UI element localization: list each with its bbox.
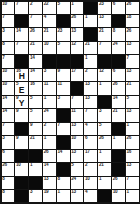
puzzle-cell-r14c1[interactable]: 8 bbox=[2, 177, 15, 189]
puzzle-cell-r2c8[interactable]: 13 bbox=[98, 15, 111, 27]
puzzle-cell-r9c2[interactable]: 9 bbox=[15, 109, 28, 121]
puzzle-cell-r5c10[interactable]: 7 bbox=[126, 55, 139, 67]
cell-number: 24 bbox=[44, 109, 49, 114]
black-cell bbox=[15, 190, 28, 202]
cell-number: 6 bbox=[2, 150, 4, 155]
codeword-grid: 1072225123626774261131831426212313218268… bbox=[0, 0, 140, 204]
puzzle-cell-r13c10[interactable]: 13 bbox=[126, 163, 139, 175]
puzzle-cell-r14c4[interactable]: 13 bbox=[43, 177, 56, 189]
black-cell bbox=[15, 150, 28, 162]
puzzle-cell-r9c7[interactable]: 7 bbox=[84, 109, 97, 121]
cell-number: 8 bbox=[2, 190, 4, 195]
cell-number: 13 bbox=[71, 29, 76, 34]
cell-number: 26 bbox=[44, 150, 49, 155]
puzzle-cell-r1c1[interactable]: 10 bbox=[2, 2, 15, 14]
black-cell bbox=[57, 163, 70, 175]
black-cell bbox=[98, 190, 111, 202]
puzzle-cell-r8c5[interactable]: 3 bbox=[57, 96, 70, 108]
cell-number: 22 bbox=[44, 2, 49, 7]
puzzle-cell-r2c1[interactable]: 7 bbox=[2, 15, 15, 27]
cell-number: 24 bbox=[113, 42, 118, 47]
black-cell bbox=[57, 136, 70, 148]
cell-number: 3 bbox=[2, 29, 4, 34]
puzzle-cell-r6c7[interactable]: 2 bbox=[84, 69, 97, 81]
cell-number: 13 bbox=[126, 69, 131, 74]
puzzle-cell-r8c4[interactable]: 1 bbox=[43, 96, 56, 108]
cell-number: 13 bbox=[126, 163, 131, 168]
cell-number: 12 bbox=[99, 69, 104, 74]
cell-number: 4 bbox=[44, 15, 46, 20]
cell-number: 10 bbox=[2, 2, 7, 7]
cell-number: 23 bbox=[57, 29, 62, 34]
puzzle-cell-r12c5[interactable]: 14 bbox=[57, 150, 70, 162]
cell-number: 7 bbox=[16, 42, 18, 47]
black-cell bbox=[71, 55, 84, 67]
puzzle-cell-r1c4[interactable]: 22 bbox=[43, 2, 56, 14]
cell-number: 21 bbox=[99, 163, 104, 168]
puzzle-cell-r1c2[interactable]: 7 bbox=[15, 2, 28, 14]
puzzle-cell-r11c3[interactable]: 21 bbox=[29, 136, 42, 148]
puzzle-cell-r4c10[interactable]: 13 bbox=[126, 42, 139, 54]
puzzle-cell-r4c9[interactable]: 24 bbox=[112, 42, 125, 54]
puzzle-cell-r7c4[interactable]: 11 bbox=[43, 82, 56, 94]
puzzle-cell-r9c4[interactable]: 24 bbox=[43, 109, 56, 121]
puzzle-cell-r10c10[interactable]: 1 bbox=[126, 123, 139, 135]
puzzle-cell-r8c3[interactable]: 5 bbox=[29, 96, 42, 108]
puzzle-cell-r13c7[interactable]: 2 bbox=[84, 163, 97, 175]
cell-number: 26 bbox=[99, 136, 104, 141]
puzzle-cell-r10c5[interactable]: 7 bbox=[57, 123, 70, 135]
cell-number: 10 bbox=[2, 82, 7, 87]
puzzle-cell-r8c7[interactable]: 13 bbox=[84, 96, 97, 108]
cell-number: 10 bbox=[44, 42, 49, 47]
cell-number: 9 bbox=[57, 69, 59, 74]
cell-number: 26 bbox=[113, 82, 118, 87]
black-cell bbox=[112, 150, 125, 162]
puzzle-cell-r3c2[interactable]: 14 bbox=[15, 28, 28, 40]
cell-number: 6 bbox=[85, 136, 87, 141]
puzzle-cell-r8c1[interactable]: 14 bbox=[2, 96, 15, 108]
black-cell bbox=[98, 55, 111, 67]
puzzle-cell-r13c6[interactable]: 5 bbox=[71, 163, 84, 175]
puzzle-cell-r14c8[interactable]: 1 bbox=[98, 177, 111, 189]
puzzle-cell-r7c2[interactable]: 5E bbox=[15, 82, 28, 94]
cell-number: 16 bbox=[30, 82, 35, 87]
puzzle-cell-r7c7[interactable]: 13 bbox=[84, 82, 97, 94]
cell-number: 7 bbox=[2, 123, 4, 128]
puzzle-cell-r15c1[interactable]: 8 bbox=[2, 190, 15, 202]
puzzle-cell-r7c9[interactable]: 26 bbox=[112, 82, 125, 94]
given-letter: E bbox=[15, 85, 28, 94]
cell-number: 2 bbox=[44, 123, 46, 128]
black-cell bbox=[43, 55, 56, 67]
puzzle-cell-r1c9[interactable]: 6 bbox=[112, 2, 125, 14]
puzzle-cell-r6c6[interactable]: 17 bbox=[71, 69, 84, 81]
cell-number: 13 bbox=[71, 123, 76, 128]
puzzle-cell-r6c10[interactable]: 13 bbox=[126, 69, 139, 81]
puzzle-cell-r4c6[interactable]: 12 bbox=[71, 42, 84, 54]
puzzle-cell-r14c9[interactable]: 26 bbox=[112, 177, 125, 189]
cell-number: 7 bbox=[126, 56, 128, 61]
cell-number: 3 bbox=[57, 96, 59, 101]
puzzle-cell-r11c1[interactable]: 3 bbox=[2, 136, 15, 148]
puzzle-cell-r8c6[interactable]: 7 bbox=[71, 96, 84, 108]
cell-number: 12 bbox=[71, 42, 76, 47]
puzzle-cell-r12c6[interactable]: 13 bbox=[71, 150, 84, 162]
cell-number: 1 bbox=[30, 163, 32, 168]
cell-number: 21 bbox=[113, 109, 118, 114]
cell-number: 8 bbox=[113, 29, 115, 34]
cell-number: 13 bbox=[99, 15, 104, 20]
cell-number: 13 bbox=[85, 82, 90, 87]
black-cell bbox=[98, 96, 111, 108]
cell-number: 1 bbox=[99, 150, 101, 155]
puzzle-cell-r4c4[interactable]: 10 bbox=[43, 42, 56, 54]
puzzle-cell-r5c1[interactable]: 7 bbox=[2, 55, 15, 67]
cell-number: 26 bbox=[126, 136, 131, 141]
puzzle-cell-r2c3[interactable]: 7 bbox=[29, 15, 42, 27]
cell-number: 7 bbox=[71, 96, 73, 101]
puzzle-cell-r11c2[interactable]: 9 bbox=[15, 136, 28, 148]
puzzle-cell-r15c10[interactable]: 1 bbox=[126, 190, 139, 202]
cell-number: 7 bbox=[30, 15, 32, 20]
cell-number: 14 bbox=[2, 109, 7, 114]
puzzle-cell-r7c5[interactable]: 11 bbox=[57, 82, 70, 94]
puzzle-cell-r12c7[interactable]: 17 bbox=[84, 150, 97, 162]
cell-number: 8 bbox=[2, 42, 4, 47]
cell-number: 13 bbox=[71, 150, 76, 155]
cell-number: 3 bbox=[44, 69, 46, 74]
puzzle-cell-r15c5[interactable]: 1 bbox=[57, 190, 70, 202]
puzzle-cell-r15c9[interactable]: 10 bbox=[112, 190, 125, 202]
puzzle-cell-r3c6[interactable]: 13 bbox=[71, 28, 84, 40]
cell-number: 10 bbox=[71, 136, 76, 141]
puzzle-cell-r3c5[interactable]: 23 bbox=[57, 28, 70, 40]
cell-number: 14 bbox=[44, 163, 49, 168]
puzzle-cell-r8c10[interactable]: 5 bbox=[126, 96, 139, 108]
puzzle-cell-r11c6[interactable]: 10 bbox=[71, 136, 84, 148]
cell-number: 1 bbox=[57, 190, 59, 195]
cell-number: 5 bbox=[126, 96, 128, 101]
puzzle-cell-r10c6[interactable]: 13 bbox=[71, 123, 84, 135]
cell-number: 13 bbox=[71, 190, 76, 195]
puzzle-cell-r2c10[interactable]: 18 bbox=[126, 15, 139, 27]
cell-number: 10 bbox=[2, 69, 7, 74]
puzzle-cell-r14c6[interactable]: 24 bbox=[71, 177, 84, 189]
black-cell bbox=[57, 109, 70, 121]
puzzle-cell-r9c10[interactable]: 13 bbox=[126, 109, 139, 121]
cell-number: 1 bbox=[44, 136, 46, 141]
cell-number: 18 bbox=[126, 15, 131, 20]
puzzle-cell-r3c3[interactable]: 26 bbox=[29, 28, 42, 40]
puzzle-cell-r8c9[interactable]: 14 bbox=[112, 96, 125, 108]
cell-number: 1 bbox=[44, 96, 46, 101]
cell-number: 9 bbox=[16, 109, 18, 114]
puzzle-cell-r6c8[interactable]: 12 bbox=[98, 69, 111, 81]
cell-number: 5 bbox=[57, 42, 59, 47]
puzzle-cell-r12c10[interactable]: 16 bbox=[126, 150, 139, 162]
cell-number: 9 bbox=[30, 123, 32, 128]
cell-number: 24 bbox=[71, 177, 76, 182]
puzzle-cell-r10c4[interactable]: 2 bbox=[43, 123, 56, 135]
puzzle-cell-r9c9[interactable]: 21 bbox=[112, 109, 125, 121]
given-letter: H bbox=[15, 72, 28, 81]
puzzle-cell-r9c6[interactable]: 11 bbox=[71, 109, 84, 121]
black-cell bbox=[57, 15, 70, 27]
puzzle-cell-r10c7[interactable]: 4 bbox=[84, 123, 97, 135]
puzzle-cell-r1c6[interactable]: 1 bbox=[71, 2, 84, 14]
cell-number: 4 bbox=[85, 123, 87, 128]
cell-number: 5 bbox=[57, 2, 59, 7]
puzzle-cell-r6c5[interactable]: 9 bbox=[57, 69, 70, 81]
puzzle-cell-r4c7[interactable]: 21 bbox=[84, 42, 97, 54]
cell-number: 21 bbox=[30, 136, 35, 141]
puzzle-cell-r13c1[interactable]: 26 bbox=[2, 163, 15, 175]
black-cell bbox=[15, 123, 28, 135]
black-cell bbox=[57, 55, 70, 67]
cell-number: 2 bbox=[85, 163, 87, 168]
cell-number: 17 bbox=[85, 150, 90, 155]
puzzle-cell-r9c8[interactable]: 3 bbox=[98, 109, 111, 121]
cell-number: 21 bbox=[85, 42, 90, 47]
puzzle-cell-r5c3[interactable]: 14 bbox=[29, 55, 42, 67]
cell-number: 21 bbox=[126, 82, 131, 87]
puzzle-cell-r7c1[interactable]: 10 bbox=[2, 82, 15, 94]
cell-number: 6 bbox=[113, 2, 115, 7]
puzzle-cell-r4c8[interactable]: 7 bbox=[98, 42, 111, 54]
puzzle-cell-r14c7[interactable]: 10 bbox=[84, 177, 97, 189]
puzzle-cell-r3c8[interactable]: 21 bbox=[98, 28, 111, 40]
puzzle-cell-r11c10[interactable]: 26 bbox=[126, 136, 139, 148]
puzzle-cell-r9c1[interactable]: 14 bbox=[2, 109, 15, 121]
cell-number: 4 bbox=[85, 190, 87, 195]
puzzle-cell-r15c6[interactable]: 13 bbox=[71, 190, 84, 202]
puzzle-cell-r12c1[interactable]: 6 bbox=[2, 150, 15, 162]
puzzle-cell-r13c8[interactable]: 21 bbox=[98, 163, 111, 175]
cell-number: 1 bbox=[99, 177, 101, 182]
cell-number: 11 bbox=[57, 82, 61, 87]
cell-number: 7 bbox=[99, 42, 101, 47]
cell-number: 1 bbox=[113, 136, 115, 141]
puzzle-cell-r2c6[interactable]: 26 bbox=[71, 15, 84, 27]
puzzle-cell-r6c4[interactable]: 3 bbox=[43, 69, 56, 81]
puzzle-cell-r10c3[interactable]: 9 bbox=[29, 123, 42, 135]
black-cell bbox=[15, 15, 28, 27]
cell-number: 1 bbox=[126, 190, 128, 195]
puzzle-cell-r11c7[interactable]: 6 bbox=[84, 136, 97, 148]
puzzle-cell-r2c4[interactable]: 4 bbox=[43, 15, 56, 27]
cell-number: 1 bbox=[85, 56, 87, 61]
cell-number: 10 bbox=[85, 177, 90, 182]
cell-number: 26 bbox=[30, 29, 35, 34]
cell-number: 26 bbox=[126, 29, 131, 34]
cell-number: 5 bbox=[30, 96, 32, 101]
puzzle-cell-r7c10[interactable]: 21 bbox=[126, 82, 139, 94]
cell-number: 14 bbox=[57, 150, 62, 155]
cell-number: 26 bbox=[113, 177, 118, 182]
puzzle-cell-r13c4[interactable]: 14 bbox=[43, 163, 56, 175]
cell-number: 5 bbox=[30, 109, 32, 114]
cell-number: 14 bbox=[30, 69, 35, 74]
puzzle-cell-r10c1[interactable]: 7 bbox=[2, 123, 15, 135]
cell-number: 10 bbox=[16, 163, 21, 168]
cell-number: 14 bbox=[2, 96, 7, 101]
black-cell bbox=[29, 150, 42, 162]
cell-number: 21 bbox=[30, 42, 35, 47]
black-cell bbox=[112, 15, 125, 27]
puzzle-cell-r1c3[interactable]: 2 bbox=[29, 2, 42, 14]
cell-number: 11 bbox=[44, 82, 48, 87]
black-cell bbox=[15, 177, 28, 189]
cell-number: 13 bbox=[85, 96, 90, 101]
puzzle-cell-r1c5[interactable]: 5 bbox=[57, 2, 70, 14]
puzzle-cell-r13c2[interactable]: 10 bbox=[15, 163, 28, 175]
black-cell bbox=[112, 55, 125, 67]
cell-number: 3 bbox=[2, 136, 4, 141]
puzzle-cell-r7c3[interactable]: 16 bbox=[29, 82, 42, 94]
puzzle-cell-r14c5[interactable]: 8 bbox=[57, 177, 70, 189]
cell-number: 26 bbox=[2, 163, 7, 168]
black-cell bbox=[112, 163, 125, 175]
puzzle-cell-r4c2[interactable]: 7 bbox=[15, 42, 28, 54]
cell-number: 19 bbox=[44, 190, 49, 195]
cell-number: 7 bbox=[85, 109, 87, 114]
black-cell bbox=[29, 177, 42, 189]
puzzle-cell-r9c3[interactable]: 5 bbox=[29, 109, 42, 121]
cell-number: 7 bbox=[16, 2, 18, 7]
cell-number: 8 bbox=[57, 177, 59, 182]
black-cell bbox=[112, 123, 125, 135]
cell-number: 7 bbox=[2, 56, 4, 61]
puzzle-cell-r10c8[interactable]: 5 bbox=[98, 123, 111, 135]
cell-number: 14 bbox=[113, 96, 118, 101]
cell-number: 2 bbox=[85, 69, 87, 74]
cell-number: 11 bbox=[71, 109, 75, 114]
given-letter: Y bbox=[15, 99, 28, 108]
cell-number: 3 bbox=[30, 190, 32, 195]
cell-number: 8 bbox=[2, 177, 4, 182]
puzzle-cell-r3c1[interactable]: 3 bbox=[2, 28, 15, 40]
puzzle-cell-r6c3[interactable]: 14 bbox=[29, 69, 42, 81]
cell-number: 21 bbox=[99, 29, 104, 34]
puzzle-cell-r13c3[interactable]: 1 bbox=[29, 163, 42, 175]
puzzle-cell-r2c7[interactable]: 1 bbox=[84, 15, 97, 27]
puzzle-cell-r4c5[interactable]: 5 bbox=[57, 42, 70, 54]
puzzle-cell-r1c10[interactable]: 26 bbox=[126, 2, 139, 14]
cell-number: 21 bbox=[44, 29, 49, 34]
puzzle-cell-r14c10[interactable]: 7 bbox=[126, 177, 139, 189]
cell-number: 1 bbox=[71, 2, 73, 7]
puzzle-cell-r3c10[interactable]: 26 bbox=[126, 28, 139, 40]
cell-number: 14 bbox=[16, 29, 21, 34]
cell-number: 9 bbox=[16, 136, 18, 141]
black-cell bbox=[84, 2, 97, 14]
puzzle-cell-r12c4[interactable]: 26 bbox=[43, 150, 56, 162]
cell-number: 13 bbox=[44, 177, 49, 182]
cell-number: 7 bbox=[57, 123, 59, 128]
puzzle-cell-r15c3[interactable]: 3 bbox=[29, 190, 42, 202]
puzzle-cell-r11c8[interactable]: 26 bbox=[98, 136, 111, 148]
black-cell bbox=[71, 82, 84, 94]
cell-number: 26 bbox=[71, 15, 76, 20]
cell-number: 5 bbox=[71, 163, 73, 168]
puzzle-cell-r6c2[interactable]: 16H bbox=[15, 69, 28, 81]
puzzle-cell-r3c4[interactable]: 21 bbox=[43, 28, 56, 40]
puzzle-cell-r5c7[interactable]: 1 bbox=[84, 55, 97, 67]
cell-number: 10 bbox=[113, 190, 118, 195]
puzzle-cell-r6c1[interactable]: 10 bbox=[2, 69, 15, 81]
puzzle-cell-r11c4[interactable]: 1 bbox=[43, 136, 56, 148]
cell-number: 5 bbox=[99, 123, 101, 128]
cell-number: 26 bbox=[126, 2, 131, 7]
cell-number: 7 bbox=[2, 15, 4, 20]
cell-number: 1 bbox=[126, 123, 128, 128]
puzzle-cell-r8c2[interactable]: 9Y bbox=[15, 96, 28, 108]
puzzle-cell-r4c1[interactable]: 8 bbox=[2, 42, 15, 54]
black-cell bbox=[15, 55, 28, 67]
cell-number: 1 bbox=[99, 82, 101, 87]
cell-number: 7 bbox=[126, 177, 128, 182]
puzzle-cell-r1c8[interactable]: 23 bbox=[98, 2, 111, 14]
cell-number: 16 bbox=[126, 150, 131, 155]
puzzle-cell-r7c8[interactable]: 1 bbox=[98, 82, 111, 94]
cell-number: 1 bbox=[85, 15, 87, 20]
puzzle-cell-r15c7[interactable]: 4 bbox=[84, 190, 97, 202]
cell-number: 17 bbox=[71, 69, 76, 74]
puzzle-cell-r11c9[interactable]: 1 bbox=[112, 136, 125, 148]
cell-number: 2 bbox=[30, 2, 32, 7]
puzzle-cell-r15c4[interactable]: 19 bbox=[43, 190, 56, 202]
cell-number: 3 bbox=[99, 109, 101, 114]
cell-number: 13 bbox=[126, 109, 131, 114]
cell-number: 13 bbox=[126, 42, 131, 47]
cell-number: 14 bbox=[30, 56, 35, 61]
cell-number: 6 bbox=[113, 69, 115, 74]
puzzle-cell-r4c3[interactable]: 21 bbox=[29, 42, 42, 54]
puzzle-cell-r6c9[interactable]: 6 bbox=[112, 69, 125, 81]
puzzle-cell-r12c8[interactable]: 1 bbox=[98, 150, 111, 162]
black-cell bbox=[84, 28, 97, 40]
puzzle-cell-r3c9[interactable]: 8 bbox=[112, 28, 125, 40]
cell-number: 23 bbox=[99, 2, 104, 7]
